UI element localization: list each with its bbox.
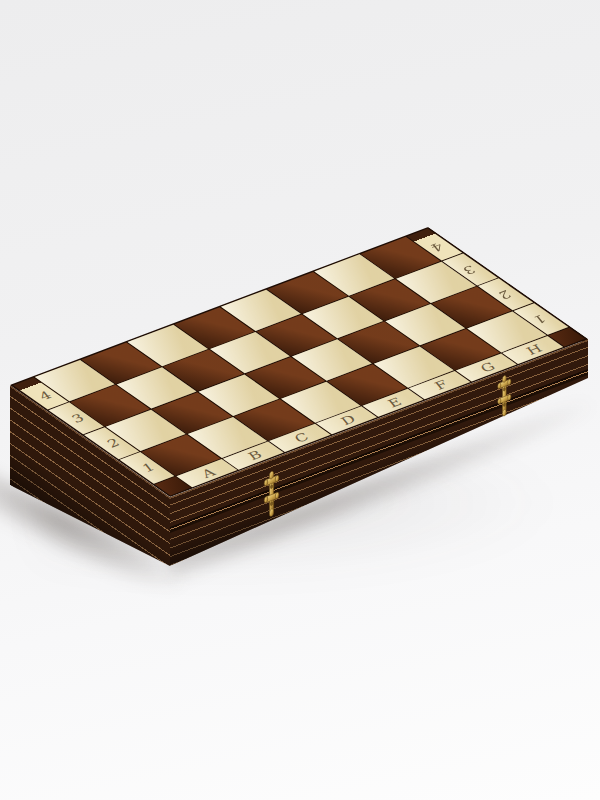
label-text: A <box>196 467 220 480</box>
label-text: 4 <box>33 390 55 403</box>
label-text: D <box>335 414 360 428</box>
brass-latch-right-icon <box>496 372 512 420</box>
label-text: 3 <box>65 412 87 425</box>
label-text: F <box>429 379 452 392</box>
label-text: 1 <box>136 462 158 475</box>
label-text: C <box>288 432 312 445</box>
label-text: H <box>520 343 546 357</box>
photo-scene: 44332211ABCDEFGH <box>0 0 600 800</box>
brass-latch-left-icon <box>263 467 281 520</box>
label-text: 3 <box>459 263 481 276</box>
label-text: 1 <box>530 313 552 326</box>
label-text: 2 <box>494 288 516 301</box>
label-text: B <box>242 449 266 462</box>
label-text: 4 <box>427 240 449 253</box>
label-text: G <box>474 361 499 375</box>
label-text: 2 <box>101 437 123 450</box>
label-text: E <box>382 397 406 410</box>
